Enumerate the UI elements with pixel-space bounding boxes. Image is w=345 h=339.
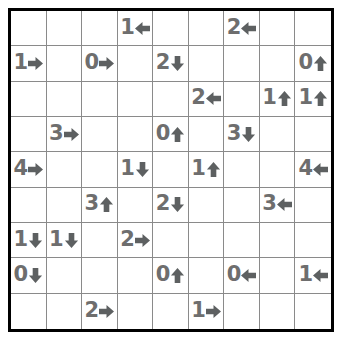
cell-r2c6[interactable] xyxy=(189,46,225,81)
arrow-up-icon xyxy=(277,91,292,106)
cell-r5c8[interactable] xyxy=(260,152,296,187)
cell-r8c6[interactable] xyxy=(189,258,225,293)
cell-r6c6[interactable] xyxy=(189,188,225,223)
cell-r1c9[interactable] xyxy=(295,11,331,46)
cell-r6c2[interactable] xyxy=(47,188,83,223)
cell-r6c9[interactable] xyxy=(295,188,331,223)
clue-number: 2 xyxy=(156,52,170,73)
cell-r4c7: 3 xyxy=(224,117,260,152)
clue-number: 4 xyxy=(298,158,312,179)
arrow-right-icon xyxy=(206,304,221,319)
arrow-down-icon xyxy=(64,233,79,248)
cell-r7c4: 2 xyxy=(118,223,154,258)
clue-number: 1 xyxy=(298,264,312,285)
cell-r6c4[interactable] xyxy=(118,188,154,223)
cell-r7c7[interactable] xyxy=(224,223,260,258)
clue-number: 3 xyxy=(227,123,241,144)
clue-number: 0 xyxy=(156,123,170,144)
clue-number: 2 xyxy=(156,193,170,214)
cell-r9c7[interactable] xyxy=(224,294,260,329)
cell-r6c7[interactable] xyxy=(224,188,260,223)
clue-number: 3 xyxy=(49,123,63,144)
cell-r1c8[interactable] xyxy=(260,11,296,46)
arrow-left-icon xyxy=(241,268,256,283)
cell-r9c8[interactable] xyxy=(260,294,296,329)
arrow-right-icon xyxy=(64,127,79,142)
cell-r7c2: 1 xyxy=(47,223,83,258)
cell-r7c9[interactable] xyxy=(295,223,331,258)
cell-r1c7: 2 xyxy=(224,11,260,46)
arrow-down-icon xyxy=(170,56,185,71)
cell-r9c5[interactable] xyxy=(153,294,189,329)
arrow-up-icon xyxy=(170,268,185,283)
clue-number: 1 xyxy=(298,87,312,108)
cell-r4c5: 0 xyxy=(153,117,189,152)
cell-r6c1[interactable] xyxy=(11,188,47,223)
clue-number: 1 xyxy=(49,229,63,250)
cell-r9c6: 1 xyxy=(189,294,225,329)
clue-number: 1 xyxy=(191,158,205,179)
cell-r4c2: 3 xyxy=(47,117,83,152)
cell-r3c1[interactable] xyxy=(11,82,47,117)
cell-r2c9: 0 xyxy=(295,46,331,81)
cell-r5c6: 1 xyxy=(189,152,225,187)
cell-r8c4[interactable] xyxy=(118,258,154,293)
arrow-up-icon xyxy=(99,197,114,212)
clue-number: 1 xyxy=(120,158,134,179)
cell-r9c1[interactable] xyxy=(11,294,47,329)
cell-r4c8[interactable] xyxy=(260,117,296,152)
cell-r9c3: 2 xyxy=(82,294,118,329)
cell-r3c3[interactable] xyxy=(82,82,118,117)
cell-r9c2[interactable] xyxy=(47,294,83,329)
arrow-up-icon xyxy=(170,127,185,142)
clue-number: 2 xyxy=(191,87,205,108)
clue-number: 2 xyxy=(227,17,241,38)
cell-r5c7[interactable] xyxy=(224,152,260,187)
clue-number: 1 xyxy=(13,52,27,73)
arrow-left-icon xyxy=(313,268,328,283)
cell-r7c3[interactable] xyxy=(82,223,118,258)
cell-r1c3[interactable] xyxy=(82,11,118,46)
cell-r1c6[interactable] xyxy=(189,11,225,46)
cell-r5c2[interactable] xyxy=(47,152,83,187)
arrow-down-icon xyxy=(28,268,43,283)
arrow-left-icon xyxy=(277,197,292,212)
cell-r3c6: 2 xyxy=(189,82,225,117)
cell-r9c4[interactable] xyxy=(118,294,154,329)
arrow-right-icon xyxy=(135,233,150,248)
cell-r5c4: 1 xyxy=(118,152,154,187)
cell-r3c5[interactable] xyxy=(153,82,189,117)
cell-r1c2[interactable] xyxy=(47,11,83,46)
cell-r5c9: 4 xyxy=(295,152,331,187)
arrow-left-icon xyxy=(313,162,328,177)
clue-number: 2 xyxy=(85,300,99,321)
cell-r8c5: 0 xyxy=(153,258,189,293)
cell-r8c8[interactable] xyxy=(260,258,296,293)
cell-r1c5[interactable] xyxy=(153,11,189,46)
cell-r3c8: 1 xyxy=(260,82,296,117)
cell-r3c7[interactable] xyxy=(224,82,260,117)
cell-r2c4[interactable] xyxy=(118,46,154,81)
cell-r8c1: 0 xyxy=(11,258,47,293)
clue-number: 3 xyxy=(262,193,276,214)
cell-r8c2[interactable] xyxy=(47,258,83,293)
arrow-down-icon xyxy=(241,127,256,142)
cell-r6c3: 3 xyxy=(82,188,118,223)
cell-r4c4[interactable] xyxy=(118,117,154,152)
arrow-right-icon xyxy=(28,162,43,177)
cell-r4c6[interactable] xyxy=(189,117,225,152)
arrow-down-icon xyxy=(170,197,185,212)
clue-number: 2 xyxy=(120,229,134,250)
cell-r2c7[interactable] xyxy=(224,46,260,81)
arrow-right-icon xyxy=(99,304,114,319)
cell-r8c9: 1 xyxy=(295,258,331,293)
cell-r4c3[interactable] xyxy=(82,117,118,152)
arrow-down-icon xyxy=(135,162,150,177)
cell-r6c5: 2 xyxy=(153,188,189,223)
cell-r5c5[interactable] xyxy=(153,152,189,187)
cell-r7c8[interactable] xyxy=(260,223,296,258)
arrow-up-icon xyxy=(313,56,328,71)
clue-number: 0 xyxy=(298,52,312,73)
cell-r3c9: 1 xyxy=(295,82,331,117)
arrow-left-icon xyxy=(206,91,221,106)
cell-r4c9[interactable] xyxy=(295,117,331,152)
cell-r7c5[interactable] xyxy=(153,223,189,258)
cell-r5c3[interactable] xyxy=(82,152,118,187)
clue-number: 0 xyxy=(156,264,170,285)
clue-number: 0 xyxy=(227,264,241,285)
cell-r2c5: 2 xyxy=(153,46,189,81)
arrow-right-icon xyxy=(28,56,43,71)
clue-number: 0 xyxy=(85,52,99,73)
cell-r2c1: 1 xyxy=(11,46,47,81)
arrow-left-icon xyxy=(241,21,256,36)
cell-r2c8[interactable] xyxy=(260,46,296,81)
arrow-down-icon xyxy=(28,233,43,248)
puzzle-board: 1210202113034114323112000121 xyxy=(8,8,334,332)
cell-r5c1: 4 xyxy=(11,152,47,187)
cell-r2c2[interactable] xyxy=(47,46,83,81)
cell-r9c9[interactable] xyxy=(295,294,331,329)
clue-number: 3 xyxy=(85,193,99,214)
cell-r3c4[interactable] xyxy=(118,82,154,117)
cell-r7c1: 1 xyxy=(11,223,47,258)
cell-r6c8: 3 xyxy=(260,188,296,223)
cell-r8c7: 0 xyxy=(224,258,260,293)
clue-number: 1 xyxy=(120,17,134,38)
cell-r2c3: 0 xyxy=(82,46,118,81)
clue-number: 0 xyxy=(13,264,27,285)
cell-r1c4: 1 xyxy=(118,11,154,46)
cell-r1c1[interactable] xyxy=(11,11,47,46)
cell-r8c3[interactable] xyxy=(82,258,118,293)
clue-number: 1 xyxy=(262,87,276,108)
cell-r7c6[interactable] xyxy=(189,223,225,258)
arrow-up-icon xyxy=(313,91,328,106)
clue-number: 1 xyxy=(191,300,205,321)
cell-r4c1[interactable] xyxy=(11,117,47,152)
arrow-left-icon xyxy=(135,21,150,36)
cell-r3c2[interactable] xyxy=(47,82,83,117)
clue-number: 4 xyxy=(13,158,27,179)
clue-number: 1 xyxy=(13,229,27,250)
arrow-up-icon xyxy=(206,162,221,177)
arrow-right-icon xyxy=(99,56,114,71)
